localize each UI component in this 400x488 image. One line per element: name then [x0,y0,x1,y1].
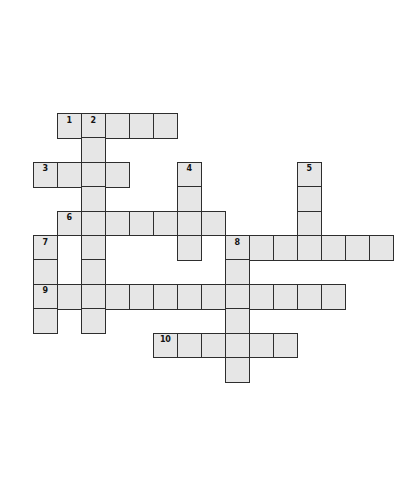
cell-r5c0[interactable]: 7 [33,235,59,261]
cell-r7c2[interactable] [81,284,107,310]
cell-r7c7[interactable] [201,284,227,310]
cell-r0c3[interactable] [105,113,131,139]
cell-r0c1[interactable]: 1 [57,113,83,139]
cell-r4c11[interactable] [297,211,323,237]
cell-r7c1[interactable] [57,284,83,310]
cell-r6c2[interactable] [81,259,107,285]
crossword-page: 12345678910 [0,0,400,488]
cell-r2c11[interactable]: 5 [297,162,323,188]
cell-r4c4[interactable] [129,211,155,237]
cell-r2c6[interactable]: 4 [177,162,203,188]
cell-r4c2[interactable] [81,211,107,237]
cell-r9c8[interactable] [225,333,251,359]
cell-r9c10[interactable] [273,333,299,359]
cell-r9c9[interactable] [249,333,275,359]
cell-r4c3[interactable] [105,211,131,237]
cell-r9c5[interactable]: 10 [153,333,179,359]
cell-r4c5[interactable] [153,211,179,237]
cell-r8c0[interactable] [33,308,59,334]
clue-number: 4 [187,163,192,174]
cell-r0c4[interactable] [129,113,155,139]
cell-r3c2[interactable] [81,186,107,212]
cell-r2c1[interactable] [57,162,83,188]
cell-r5c6[interactable] [177,235,203,261]
cell-r7c3[interactable] [105,284,131,310]
cell-r9c6[interactable] [177,333,203,359]
cell-r6c8[interactable] [225,259,251,285]
cell-r7c4[interactable] [129,284,155,310]
cell-r5c14[interactable] [369,235,395,261]
crossword-board: 12345678910 [0,0,400,488]
cell-r2c2[interactable] [81,162,107,188]
cell-r5c8[interactable]: 8 [225,235,251,261]
cell-r4c1[interactable]: 6 [57,211,83,237]
cell-r9c7[interactable] [201,333,227,359]
cell-r5c12[interactable] [321,235,347,261]
cell-r5c9[interactable] [249,235,275,261]
cell-r0c5[interactable] [153,113,179,139]
cell-r7c9[interactable] [249,284,275,310]
cell-r10c8[interactable] [225,357,251,383]
cell-r7c5[interactable] [153,284,179,310]
clue-number: 1 [67,114,72,125]
clue-number: 9 [43,285,48,296]
cell-r2c3[interactable] [105,162,131,188]
cell-r7c12[interactable] [321,284,347,310]
clue-number: 3 [43,163,48,174]
clue-number: 2 [91,114,96,125]
cell-r8c8[interactable] [225,308,251,334]
cell-r1c2[interactable] [81,137,107,163]
cell-r2c0[interactable]: 3 [33,162,59,188]
clue-number: 6 [67,212,72,223]
cell-r7c11[interactable] [297,284,323,310]
cell-r7c10[interactable] [273,284,299,310]
cell-r6c0[interactable] [33,259,59,285]
cell-r5c2[interactable] [81,235,107,261]
cell-r7c6[interactable] [177,284,203,310]
cell-r4c6[interactable] [177,211,203,237]
clue-number: 8 [235,236,240,247]
cell-r4c7[interactable] [201,211,227,237]
cell-r7c0[interactable]: 9 [33,284,59,310]
cell-r5c13[interactable] [345,235,371,261]
cell-r0c2[interactable]: 2 [81,113,107,139]
cell-r5c11[interactable] [297,235,323,261]
cell-r3c11[interactable] [297,186,323,212]
cell-r7c8[interactable] [225,284,251,310]
cell-r8c2[interactable] [81,308,107,334]
clue-number: 5 [307,163,312,174]
cell-r5c10[interactable] [273,235,299,261]
clue-number: 7 [43,236,48,247]
clue-number: 10 [160,334,171,345]
cell-r3c6[interactable] [177,186,203,212]
